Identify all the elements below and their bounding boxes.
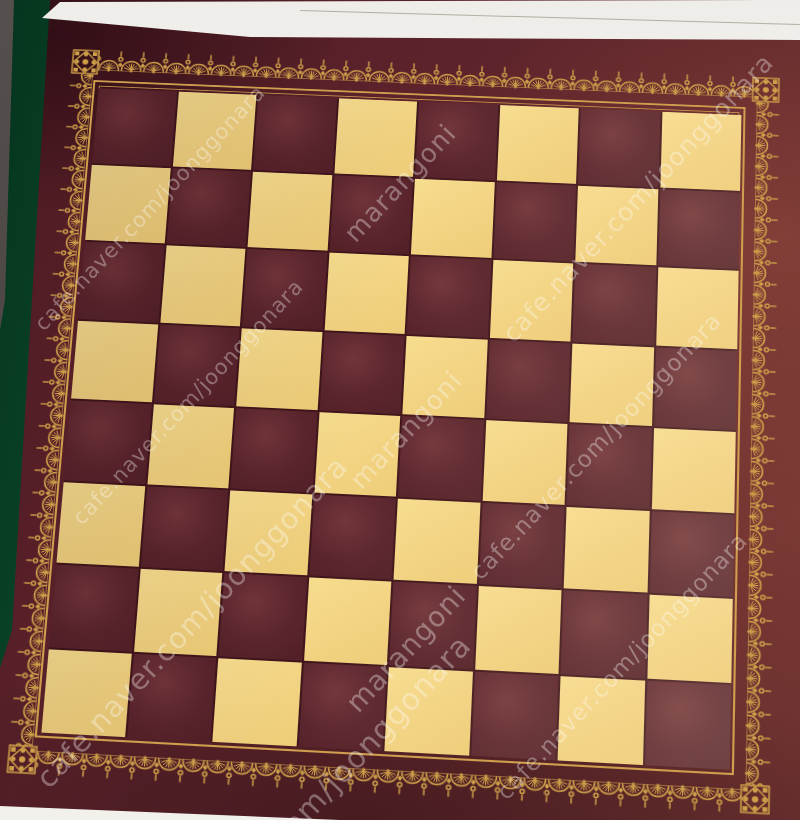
square-g1 bbox=[558, 676, 645, 765]
square-f5 bbox=[486, 339, 571, 422]
square-h8 bbox=[660, 112, 741, 191]
square-a4 bbox=[64, 400, 151, 483]
square-b8 bbox=[172, 92, 256, 170]
square-f7 bbox=[493, 182, 576, 262]
square-e4 bbox=[398, 416, 484, 500]
square-d2 bbox=[304, 577, 392, 664]
square-e1 bbox=[384, 667, 472, 756]
corner-rosette-bottom-right bbox=[739, 783, 772, 816]
photo: cafe.naver.com/joonggonaramarangonicafe.… bbox=[0, 0, 800, 820]
square-a3 bbox=[56, 482, 144, 567]
square-f6 bbox=[489, 260, 573, 341]
square-b6 bbox=[160, 245, 245, 326]
square-b2 bbox=[134, 569, 223, 656]
square-h2 bbox=[647, 595, 733, 683]
square-d6 bbox=[324, 253, 409, 334]
square-a5 bbox=[71, 320, 158, 402]
square-a8 bbox=[92, 88, 176, 166]
square-g2 bbox=[561, 590, 647, 678]
square-b1 bbox=[127, 653, 217, 741]
square-f3 bbox=[478, 502, 564, 588]
square-g8 bbox=[578, 108, 660, 187]
square-h3 bbox=[649, 511, 734, 597]
square-c6 bbox=[242, 249, 327, 330]
square-h4 bbox=[651, 428, 735, 513]
square-e5 bbox=[402, 335, 487, 418]
square-d8 bbox=[334, 98, 417, 176]
square-b5 bbox=[154, 324, 240, 406]
square-c3 bbox=[224, 490, 311, 575]
square-b4 bbox=[147, 404, 234, 488]
board-grid bbox=[41, 88, 741, 769]
square-d5 bbox=[319, 332, 404, 414]
square-g4 bbox=[567, 424, 652, 508]
square-g6 bbox=[572, 264, 655, 345]
square-e2 bbox=[389, 582, 476, 669]
square-d3 bbox=[309, 494, 396, 580]
square-d4 bbox=[314, 412, 400, 496]
square-b3 bbox=[140, 486, 228, 571]
square-f2 bbox=[475, 586, 562, 674]
square-e3 bbox=[394, 498, 481, 584]
square-c4 bbox=[230, 408, 317, 492]
square-f4 bbox=[482, 420, 567, 504]
square-a7 bbox=[85, 164, 170, 243]
square-e6 bbox=[407, 256, 491, 337]
chessboard bbox=[5, 48, 781, 816]
square-h6 bbox=[656, 267, 739, 349]
square-c1 bbox=[212, 658, 301, 747]
square-g5 bbox=[570, 343, 654, 426]
square-h1 bbox=[645, 680, 732, 770]
square-c2 bbox=[218, 573, 306, 660]
square-e7 bbox=[411, 178, 494, 258]
square-g3 bbox=[564, 506, 650, 592]
square-d7 bbox=[329, 175, 413, 254]
corner-rosette-top-left bbox=[70, 48, 102, 76]
corner-rosette-bottom-left bbox=[5, 743, 39, 776]
square-f8 bbox=[496, 105, 578, 183]
square-h7 bbox=[658, 189, 740, 269]
square-c8 bbox=[253, 95, 337, 173]
square-a6 bbox=[78, 242, 164, 322]
square-c7 bbox=[248, 171, 332, 250]
square-h5 bbox=[654, 347, 738, 430]
square-b7 bbox=[166, 168, 251, 247]
square-g7 bbox=[575, 185, 658, 265]
square-a2 bbox=[49, 565, 138, 652]
square-a1 bbox=[41, 649, 131, 737]
square-f1 bbox=[471, 671, 559, 760]
corner-rosette-top-right bbox=[751, 76, 781, 104]
square-d1 bbox=[298, 662, 387, 751]
square-c5 bbox=[236, 328, 322, 410]
square-e8 bbox=[415, 102, 498, 180]
